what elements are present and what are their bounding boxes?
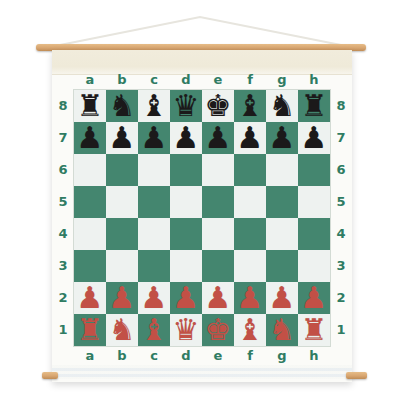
coordinate-label-4: 4: [52, 218, 74, 250]
square-e1: ♚: [202, 314, 234, 346]
coordinate-label-2: 2: [52, 282, 74, 314]
piece-black-bishop: ♝: [237, 91, 264, 121]
coordinate-label-g: g: [266, 346, 298, 366]
coordinate-label-8: 8: [52, 90, 74, 122]
square-h3: [298, 250, 330, 282]
square-g8: ♞: [266, 90, 298, 122]
coordinate-label-1: 1: [330, 314, 352, 346]
square-f4: [234, 218, 266, 250]
coordinate-label-b: b: [106, 70, 138, 90]
piece-red-queen: ♛: [173, 315, 200, 345]
file-labels-top: abcdefgh: [74, 70, 330, 90]
coordinate-label-5: 5: [330, 186, 352, 218]
square-e5: [202, 186, 234, 218]
coordinate-label-f: f: [234, 70, 266, 90]
piece-red-bishop: ♝: [237, 315, 264, 345]
piece-red-pawn: ♟: [269, 283, 296, 313]
coordinate-label-7: 7: [330, 122, 352, 154]
coordinate-label-4: 4: [330, 218, 352, 250]
piece-red-pawn: ♟: [141, 283, 168, 313]
square-g3: [266, 250, 298, 282]
square-f2: ♟: [234, 282, 266, 314]
coordinate-label-5: 5: [52, 186, 74, 218]
file-labels-bottom: abcdefgh: [74, 346, 330, 366]
square-a2: ♟: [74, 282, 106, 314]
square-e4: [202, 218, 234, 250]
piece-black-knight: ♞: [269, 91, 296, 121]
piece-red-rook: ♜: [77, 315, 104, 345]
square-c8: ♝: [138, 90, 170, 122]
square-c6: [138, 154, 170, 186]
piece-black-knight: ♞: [109, 91, 136, 121]
square-g2: ♟: [266, 282, 298, 314]
piece-black-pawn: ♟: [109, 123, 136, 153]
piece-black-pawn: ♟: [237, 123, 264, 153]
square-c2: ♟: [138, 282, 170, 314]
square-g1: ♞: [266, 314, 298, 346]
square-d4: [170, 218, 202, 250]
square-h6: [298, 154, 330, 186]
square-d5: [170, 186, 202, 218]
square-a3: [74, 250, 106, 282]
square-b7: ♟: [106, 122, 138, 154]
square-e6: [202, 154, 234, 186]
square-h4: [298, 218, 330, 250]
piece-black-pawn: ♟: [77, 123, 104, 153]
piece-red-pawn: ♟: [205, 283, 232, 313]
coordinate-label-2: 2: [330, 282, 352, 314]
square-c7: ♟: [138, 122, 170, 154]
coordinate-label-1: 1: [52, 314, 74, 346]
piece-red-knight: ♞: [269, 315, 296, 345]
coordinate-label-3: 3: [52, 250, 74, 282]
square-d1: ♛: [170, 314, 202, 346]
square-b5: [106, 186, 138, 218]
bottom-dowel-left-tip: [42, 372, 58, 379]
piece-black-queen: ♛: [173, 91, 200, 121]
coordinate-label-7: 7: [52, 122, 74, 154]
square-a1: ♜: [74, 314, 106, 346]
bottom-dowel-right-tip: [346, 372, 367, 379]
square-e3: [202, 250, 234, 282]
piece-red-pawn: ♟: [301, 283, 328, 313]
square-h2: ♟: [298, 282, 330, 314]
square-c3: [138, 250, 170, 282]
piece-red-pawn: ♟: [77, 283, 104, 313]
chess-board: ♜♞♝♛♚♝♞♜♟♟♟♟♟♟♟♟♟♟♟♟♟♟♟♟♜♞♝♛♚♝♞♜: [74, 90, 330, 346]
coordinate-label-a: a: [74, 346, 106, 366]
square-a6: [74, 154, 106, 186]
piece-black-king: ♚: [205, 91, 232, 121]
square-d6: [170, 154, 202, 186]
coordinate-label-a: a: [74, 70, 106, 90]
piece-black-pawn: ♟: [141, 123, 168, 153]
square-b1: ♞: [106, 314, 138, 346]
coordinate-label-b: b: [106, 346, 138, 366]
square-a4: [74, 218, 106, 250]
square-a5: [74, 186, 106, 218]
square-g4: [266, 218, 298, 250]
square-f5: [234, 186, 266, 218]
piece-black-rook: ♜: [77, 91, 104, 121]
piece-black-pawn: ♟: [205, 123, 232, 153]
square-h1: ♜: [298, 314, 330, 346]
piece-red-pawn: ♟: [173, 283, 200, 313]
square-c1: ♝: [138, 314, 170, 346]
square-f6: [234, 154, 266, 186]
square-a8: ♜: [74, 90, 106, 122]
coordinate-label-g: g: [266, 70, 298, 90]
coordinate-label-c: c: [138, 70, 170, 90]
coordinate-label-c: c: [138, 346, 170, 366]
rank-labels-right: 87654321: [330, 90, 352, 346]
square-g7: ♟: [266, 122, 298, 154]
square-a7: ♟: [74, 122, 106, 154]
square-e2: ♟: [202, 282, 234, 314]
square-b2: ♟: [106, 282, 138, 314]
piece-red-rook: ♜: [301, 315, 328, 345]
coordinate-label-e: e: [202, 70, 234, 90]
square-f7: ♟: [234, 122, 266, 154]
coordinate-label-h: h: [298, 346, 330, 366]
product-photo-scene: abcdefgh 87654321 ♜♞♝♛♚♝♞♜♟♟♟♟♟♟♟♟♟♟♟♟♟♟…: [0, 0, 400, 400]
square-b8: ♞: [106, 90, 138, 122]
square-g5: [266, 186, 298, 218]
coordinate-label-6: 6: [330, 154, 352, 186]
banner-bottom-hem: [52, 365, 352, 379]
piece-red-pawn: ♟: [237, 283, 264, 313]
coordinate-label-h: h: [298, 70, 330, 90]
coordinate-label-d: d: [170, 346, 202, 366]
coordinate-label-6: 6: [52, 154, 74, 186]
square-e8: ♚: [202, 90, 234, 122]
square-d7: ♟: [170, 122, 202, 154]
piece-red-bishop: ♝: [141, 315, 168, 345]
coordinate-label-3: 3: [330, 250, 352, 282]
piece-red-king: ♚: [205, 315, 232, 345]
piece-red-knight: ♞: [109, 315, 136, 345]
square-h5: [298, 186, 330, 218]
coordinate-label-d: d: [170, 70, 202, 90]
piece-black-bishop: ♝: [141, 91, 168, 121]
coordinate-label-e: e: [202, 346, 234, 366]
square-e7: ♟: [202, 122, 234, 154]
piece-black-pawn: ♟: [269, 123, 296, 153]
square-d8: ♛: [170, 90, 202, 122]
square-c5: [138, 186, 170, 218]
piece-black-rook: ♜: [301, 91, 328, 121]
square-f1: ♝: [234, 314, 266, 346]
square-f3: [234, 250, 266, 282]
square-b4: [106, 218, 138, 250]
square-g6: [266, 154, 298, 186]
piece-black-pawn: ♟: [173, 123, 200, 153]
square-h8: ♜: [298, 90, 330, 122]
rank-labels-left: 87654321: [52, 90, 74, 346]
piece-black-pawn: ♟: [301, 123, 328, 153]
piece-red-pawn: ♟: [109, 283, 136, 313]
square-b6: [106, 154, 138, 186]
square-d3: [170, 250, 202, 282]
square-d2: ♟: [170, 282, 202, 314]
coordinate-label-f: f: [234, 346, 266, 366]
square-h7: ♟: [298, 122, 330, 154]
square-f8: ♝: [234, 90, 266, 122]
square-c4: [138, 218, 170, 250]
coordinate-label-8: 8: [330, 90, 352, 122]
square-b3: [106, 250, 138, 282]
demo-board-banner: abcdefgh 87654321 ♜♞♝♛♚♝♞♜♟♟♟♟♟♟♟♟♟♟♟♟♟♟…: [52, 50, 352, 382]
